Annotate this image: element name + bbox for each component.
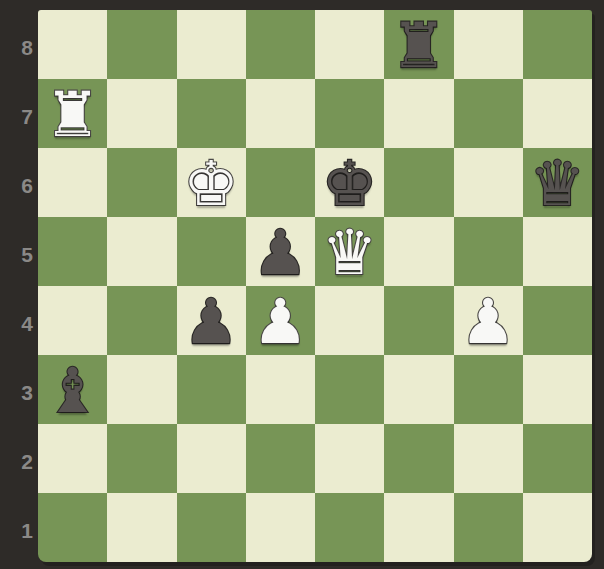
- square-a8[interactable]: [38, 10, 107, 79]
- square-f4[interactable]: [384, 286, 453, 355]
- square-d4[interactable]: ♟: [246, 286, 315, 355]
- chess-board[interactable]: ♜♜♚♚♛♟♛♟♟♟♝: [38, 10, 592, 562]
- white-queen[interactable]: ♛: [322, 222, 378, 284]
- square-c5[interactable]: [177, 217, 246, 286]
- square-f5[interactable]: [384, 217, 453, 286]
- square-a4[interactable]: [38, 286, 107, 355]
- square-e5[interactable]: ♛: [315, 217, 384, 286]
- square-f6[interactable]: [384, 148, 453, 217]
- rank-label-1: 1: [0, 520, 33, 541]
- square-b5[interactable]: [107, 217, 176, 286]
- square-e8[interactable]: [315, 10, 384, 79]
- square-d7[interactable]: [246, 79, 315, 148]
- black-queen[interactable]: ♛: [530, 153, 586, 215]
- square-d2[interactable]: [246, 424, 315, 493]
- square-d3[interactable]: [246, 355, 315, 424]
- square-d6[interactable]: [246, 148, 315, 217]
- square-d8[interactable]: [246, 10, 315, 79]
- rank-label-7: 7: [0, 106, 33, 127]
- square-c3[interactable]: [177, 355, 246, 424]
- square-d5[interactable]: ♟: [246, 217, 315, 286]
- square-g6[interactable]: [454, 148, 523, 217]
- square-b3[interactable]: [107, 355, 176, 424]
- rank-label-6: 6: [0, 175, 33, 196]
- rank-label-3: 3: [0, 382, 33, 403]
- square-a2[interactable]: [38, 424, 107, 493]
- square-e3[interactable]: [315, 355, 384, 424]
- square-e2[interactable]: [315, 424, 384, 493]
- square-g3[interactable]: [454, 355, 523, 424]
- rank-label-2: 2: [0, 451, 33, 472]
- white-king[interactable]: ♚: [183, 153, 239, 215]
- square-h6[interactable]: ♛: [523, 148, 592, 217]
- black-bishop[interactable]: ♝: [45, 360, 101, 422]
- white-pawn[interactable]: ♟: [253, 291, 309, 353]
- square-a7[interactable]: ♜: [38, 79, 107, 148]
- square-d1[interactable]: [246, 493, 315, 562]
- black-king[interactable]: ♚: [322, 153, 378, 215]
- square-c1[interactable]: [177, 493, 246, 562]
- square-b1[interactable]: [107, 493, 176, 562]
- square-b2[interactable]: [107, 424, 176, 493]
- square-b8[interactable]: [107, 10, 176, 79]
- square-f8[interactable]: ♜: [384, 10, 453, 79]
- square-h7[interactable]: [523, 79, 592, 148]
- square-h5[interactable]: [523, 217, 592, 286]
- square-a6[interactable]: [38, 148, 107, 217]
- square-c4[interactable]: ♟: [177, 286, 246, 355]
- square-e7[interactable]: [315, 79, 384, 148]
- square-f3[interactable]: [384, 355, 453, 424]
- black-rook[interactable]: ♜: [391, 15, 447, 77]
- rank-label-4: 4: [0, 313, 33, 334]
- square-c8[interactable]: [177, 10, 246, 79]
- rank-label-8: 8: [0, 37, 33, 58]
- square-a1[interactable]: [38, 493, 107, 562]
- square-h2[interactable]: [523, 424, 592, 493]
- white-rook[interactable]: ♜: [45, 84, 101, 146]
- square-h3[interactable]: [523, 355, 592, 424]
- black-pawn[interactable]: ♟: [183, 291, 239, 353]
- white-pawn[interactable]: ♟: [460, 291, 516, 353]
- square-a3[interactable]: ♝: [38, 355, 107, 424]
- square-g8[interactable]: [454, 10, 523, 79]
- square-a5[interactable]: [38, 217, 107, 286]
- square-g5[interactable]: [454, 217, 523, 286]
- square-b4[interactable]: [107, 286, 176, 355]
- square-e4[interactable]: [315, 286, 384, 355]
- square-f2[interactable]: [384, 424, 453, 493]
- square-h8[interactable]: [523, 10, 592, 79]
- square-b6[interactable]: [107, 148, 176, 217]
- square-h1[interactable]: [523, 493, 592, 562]
- black-pawn[interactable]: ♟: [253, 222, 309, 284]
- square-c7[interactable]: [177, 79, 246, 148]
- square-g1[interactable]: [454, 493, 523, 562]
- square-h4[interactable]: [523, 286, 592, 355]
- square-g4[interactable]: ♟: [454, 286, 523, 355]
- page-background: 87654321 ♜♜♚♚♛♟♛♟♟♟♝: [0, 0, 604, 569]
- square-e6[interactable]: ♚: [315, 148, 384, 217]
- square-e1[interactable]: [315, 493, 384, 562]
- square-g2[interactable]: [454, 424, 523, 493]
- square-c2[interactable]: [177, 424, 246, 493]
- square-f7[interactable]: [384, 79, 453, 148]
- rank-label-5: 5: [0, 244, 33, 265]
- square-g7[interactable]: [454, 79, 523, 148]
- square-c6[interactable]: ♚: [177, 148, 246, 217]
- square-f1[interactable]: [384, 493, 453, 562]
- square-b7[interactable]: [107, 79, 176, 148]
